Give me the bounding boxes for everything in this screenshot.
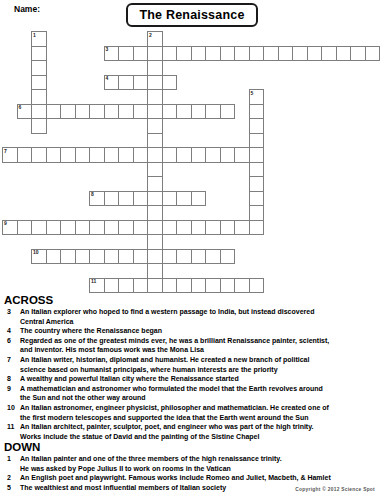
grid-cell[interactable] xyxy=(46,220,62,236)
grid-cell[interactable] xyxy=(191,278,207,294)
grid-cell[interactable] xyxy=(162,220,178,236)
grid-cell[interactable] xyxy=(350,46,366,62)
grid-cell[interactable] xyxy=(249,191,265,207)
grid-cell[interactable] xyxy=(104,249,120,265)
across-header: ACROSS xyxy=(4,294,381,306)
clue-line: A wealthy and powerful Italian city wher… xyxy=(20,374,381,384)
grid-cell[interactable] xyxy=(249,133,265,149)
grid-cell[interactable] xyxy=(60,220,76,236)
across-clues-section: ACROSS 3An Italian explorer who hoped to… xyxy=(4,294,381,441)
grid-cell[interactable] xyxy=(249,278,265,294)
grid-cell[interactable] xyxy=(31,89,47,105)
grid-cell[interactable] xyxy=(147,104,163,120)
grid-cell[interactable] xyxy=(162,147,178,163)
clue-line: The country where the Renaissance began xyxy=(20,326,381,336)
name-label: Name: xyxy=(14,4,40,14)
grid-cell[interactable] xyxy=(75,147,91,163)
grid-cell[interactable] xyxy=(46,147,62,163)
grid-cell[interactable] xyxy=(249,162,265,178)
grid-cell[interactable] xyxy=(205,104,221,120)
grid-cell[interactable] xyxy=(191,249,207,265)
grid-cell[interactable] xyxy=(75,220,91,236)
clue-line: Central America xyxy=(20,317,381,327)
grid-cell[interactable] xyxy=(147,234,163,250)
grid-cell[interactable] xyxy=(147,263,163,279)
grid-cell[interactable] xyxy=(31,75,47,91)
grid-cell[interactable] xyxy=(46,249,62,265)
clue-item: 3An Italian explorer who hoped to find a… xyxy=(4,307,381,326)
grid-cell[interactable]: 2 xyxy=(147,31,163,47)
clue-line: Regarded as one of the greatest minds ev… xyxy=(20,336,381,346)
grid-cell[interactable]: 5 xyxy=(249,89,265,105)
grid-cell[interactable] xyxy=(118,46,134,62)
clue-item-text: A wealthy and powerful Italian city wher… xyxy=(20,374,381,384)
grid-cell[interactable] xyxy=(220,249,236,265)
grid-cell[interactable] xyxy=(249,118,265,134)
grid-cell[interactable] xyxy=(104,147,120,163)
grid-cell[interactable] xyxy=(147,176,163,192)
clue-line: An Italian explorer who hoped to find a … xyxy=(20,307,381,317)
grid-cell[interactable] xyxy=(31,60,47,76)
grid-cell[interactable] xyxy=(104,104,120,120)
grid-cell[interactable] xyxy=(162,249,178,265)
grid-cell[interactable] xyxy=(147,147,163,163)
grid-cell[interactable] xyxy=(60,104,76,120)
grid-cell[interactable] xyxy=(118,220,134,236)
grid-cell[interactable]: 1 xyxy=(31,31,47,47)
grid-cell[interactable] xyxy=(234,278,250,294)
across-clue-list: 3An Italian explorer who hoped to find a… xyxy=(4,307,381,441)
grid-cell[interactable] xyxy=(75,249,91,265)
grid-cell[interactable]: 9 xyxy=(2,220,18,236)
grid-cell[interactable] xyxy=(234,46,250,62)
clue-line: He was asked by Pope Julius II to work o… xyxy=(20,464,381,474)
clue-item-text: A mathematician and astronomer who formu… xyxy=(20,384,381,403)
grid-cell[interactable] xyxy=(220,220,236,236)
grid-cell[interactable]: 7 xyxy=(2,147,18,163)
grid-cell[interactable] xyxy=(147,75,163,91)
grid-cell[interactable] xyxy=(162,75,178,91)
clue-item: 7An Italian writer, historian, diplomat … xyxy=(4,355,381,374)
grid-cell[interactable] xyxy=(176,278,192,294)
grid-cell[interactable] xyxy=(162,278,178,294)
clue-line: the first modern telescopes and supporte… xyxy=(20,413,381,423)
clue-number: 8 xyxy=(91,191,94,197)
puzzle-title-box: The Renaissance xyxy=(126,3,258,27)
clue-number: 3 xyxy=(106,46,109,52)
clue-item: 10An Italian astronomer, engineer physic… xyxy=(4,403,381,422)
grid-cell[interactable] xyxy=(147,46,163,62)
grid-cell[interactable] xyxy=(176,147,192,163)
grid-cell[interactable] xyxy=(234,220,250,236)
clue-line: and inventor. His most famous work was t… xyxy=(20,345,381,355)
down-header: DOWN xyxy=(4,441,381,453)
grid-cell[interactable] xyxy=(104,220,120,236)
grid-cell[interactable] xyxy=(249,46,265,62)
grid-cell[interactable] xyxy=(162,46,178,62)
grid-cell[interactable] xyxy=(220,46,236,62)
grid-cell[interactable] xyxy=(292,46,308,62)
grid-cell[interactable] xyxy=(205,249,221,265)
grid-cell[interactable] xyxy=(118,191,134,207)
grid-cell[interactable] xyxy=(191,220,207,236)
grid-cell[interactable] xyxy=(176,46,192,62)
grid-cell[interactable] xyxy=(31,147,47,163)
grid-cell[interactable] xyxy=(278,46,294,62)
grid-cell[interactable] xyxy=(89,104,105,120)
clue-line: An English poet and playwright. Famous w… xyxy=(20,473,381,483)
grid-cell[interactable] xyxy=(31,104,47,120)
clue-item-text: Regarded as one of the greatest minds ev… xyxy=(20,336,381,355)
grid-cell[interactable] xyxy=(147,60,163,76)
clue-item-text: An English poet and playwright. Famous w… xyxy=(20,473,381,483)
grid-cell[interactable] xyxy=(118,75,134,91)
grid-cell[interactable] xyxy=(147,89,163,105)
grid-cell[interactable] xyxy=(133,278,149,294)
grid-cell[interactable] xyxy=(220,104,236,120)
grid-cell[interactable] xyxy=(176,249,192,265)
clue-item-number: 6 xyxy=(4,336,20,346)
grid-cell[interactable] xyxy=(205,46,221,62)
grid-cell[interactable] xyxy=(336,46,352,62)
clue-item-number: 2 xyxy=(4,473,20,483)
clue-line: An Italian painter and one of the three … xyxy=(20,454,381,464)
grid-cell[interactable] xyxy=(191,191,207,207)
grid-cell[interactable] xyxy=(191,46,207,62)
clue-number: 11 xyxy=(91,278,96,284)
grid-cell[interactable] xyxy=(191,147,207,163)
grid-cell[interactable] xyxy=(118,147,134,163)
grid-cell[interactable] xyxy=(249,220,265,236)
grid-cell[interactable] xyxy=(176,104,192,120)
grid-cell[interactable] xyxy=(118,104,134,120)
grid-cell[interactable] xyxy=(365,46,381,62)
clue-item: 4The country where the Renaissance began xyxy=(4,326,381,336)
grid-cell[interactable] xyxy=(75,104,91,120)
clue-item-number: 1 xyxy=(4,454,20,464)
clue-item: 1An Italian painter and one of the three… xyxy=(4,454,381,473)
clue-item: 2An English poet and playwright. Famous … xyxy=(4,473,381,483)
grid-cell[interactable] xyxy=(147,133,163,149)
clue-line: An Italian astronomer, engineer physicis… xyxy=(20,403,381,413)
grid-cell[interactable] xyxy=(249,176,265,192)
worksheet-page: Name: The Renaissance 1234567891011 ACRO… xyxy=(0,0,381,500)
clue-item-text: An Italian astronomer, engineer physicis… xyxy=(20,403,381,422)
grid-cell[interactable] xyxy=(133,220,149,236)
grid-cell[interactable] xyxy=(162,191,178,207)
clue-item: 9A mathematician and astronomer who form… xyxy=(4,384,381,403)
grid-cell[interactable] xyxy=(118,278,134,294)
grid-cell[interactable] xyxy=(234,147,250,163)
clue-number: 9 xyxy=(4,220,7,226)
clue-item-text: An Italian painter and one of the three … xyxy=(20,454,381,473)
grid-cell[interactable] xyxy=(220,147,236,163)
grid-cell[interactable] xyxy=(89,220,105,236)
grid-cell[interactable] xyxy=(162,104,178,120)
grid-cell[interactable] xyxy=(263,46,279,62)
clue-line: An Italian architect, painter, sculptor,… xyxy=(20,422,381,432)
clue-number: 10 xyxy=(33,249,39,255)
grid-cell[interactable] xyxy=(205,147,221,163)
grid-cell[interactable]: 11 xyxy=(89,278,105,294)
grid-cell[interactable] xyxy=(205,220,221,236)
grid-cell[interactable]: 8 xyxy=(89,191,105,207)
clue-item-number: 3 xyxy=(4,307,20,317)
grid-cell[interactable]: 6 xyxy=(17,104,33,120)
down-clues-section: DOWN 1An Italian painter and one of the … xyxy=(4,441,381,492)
clue-item-number: 8 xyxy=(4,374,20,384)
clue-item: 11An Italian architect, painter, sculpto… xyxy=(4,422,381,441)
puzzle-title: The Renaissance xyxy=(139,8,244,22)
grid-cell[interactable] xyxy=(104,278,120,294)
grid-cell[interactable] xyxy=(249,205,265,221)
clue-number: 7 xyxy=(4,148,7,154)
grid-cell[interactable] xyxy=(60,249,76,265)
clue-line: science based on humanist principals, wh… xyxy=(20,365,381,375)
clue-item-number: 4 xyxy=(4,326,20,336)
clue-item-text: The country where the Renaissance began xyxy=(20,326,381,336)
clue-item-number: 11 xyxy=(4,422,20,432)
crossword-grid: 1234567891011 xyxy=(2,31,380,293)
grid-cell[interactable] xyxy=(176,220,192,236)
grid-cell[interactable] xyxy=(118,249,134,265)
grid-cell[interactable] xyxy=(191,104,207,120)
grid-cell[interactable] xyxy=(147,249,163,265)
clue-number: 2 xyxy=(149,32,152,38)
grid-cell[interactable] xyxy=(147,278,163,294)
grid-cell[interactable] xyxy=(31,46,47,62)
grid-cell[interactable]: 10 xyxy=(31,249,47,265)
grid-cell[interactable]: 3 xyxy=(104,46,120,62)
grid-cell[interactable] xyxy=(89,249,105,265)
clue-item-text: An Italian writer, historian, diplomat a… xyxy=(20,355,381,374)
grid-cell[interactable] xyxy=(307,46,323,62)
clue-item-number: 9 xyxy=(4,384,20,394)
clue-number: 5 xyxy=(251,90,254,96)
clue-item-text: An Italian explorer who hoped to find a … xyxy=(20,307,381,326)
clue-number: 1 xyxy=(33,32,36,38)
grid-cell[interactable] xyxy=(17,147,33,163)
grid-cell[interactable] xyxy=(31,220,47,236)
clue-item: 8A wealthy and powerful Italian city whe… xyxy=(4,374,381,384)
grid-cell[interactable] xyxy=(17,220,33,236)
grid-cell[interactable] xyxy=(31,118,47,134)
clue-line: A mathematician and astronomer who formu… xyxy=(20,384,381,394)
grid-cell[interactable] xyxy=(249,147,265,163)
copyright-notice: Copyright © 2012 Science Spot xyxy=(295,487,375,492)
clue-line: An Italian writer, historian, diplomat a… xyxy=(20,355,381,365)
grid-cell[interactable] xyxy=(133,191,149,207)
clue-number: 6 xyxy=(19,104,22,110)
grid-cell[interactable] xyxy=(104,191,120,207)
clue-line: Works include the statue of David and th… xyxy=(20,432,381,442)
grid-cell[interactable] xyxy=(147,162,163,178)
grid-cell[interactable] xyxy=(176,191,192,207)
clue-line: the Sun and not the other way around xyxy=(20,393,381,403)
grid-cell[interactable] xyxy=(147,220,163,236)
grid-cell[interactable] xyxy=(46,104,62,120)
grid-cell[interactable] xyxy=(133,75,149,91)
grid-cell[interactable] xyxy=(133,104,149,120)
clue-item-number: 7 xyxy=(4,355,20,365)
grid-cell[interactable] xyxy=(89,147,105,163)
grid-cell[interactable] xyxy=(205,278,221,294)
grid-cell[interactable] xyxy=(147,191,163,207)
clue-item-number: 10 xyxy=(4,403,20,413)
clue-number: 4 xyxy=(106,75,109,81)
grid-cell[interactable] xyxy=(133,147,149,163)
grid-cell[interactable] xyxy=(147,118,163,134)
grid-cell[interactable] xyxy=(147,205,163,221)
grid-cell[interactable] xyxy=(321,46,337,62)
clue-item: 6Regarded as one of the greatest minds e… xyxy=(4,336,381,355)
grid-cell[interactable]: 4 xyxy=(104,75,120,91)
clue-item-text: An Italian architect, painter, sculptor,… xyxy=(20,422,381,441)
grid-cell[interactable] xyxy=(220,278,236,294)
clue-item-number: 5 xyxy=(4,483,20,493)
grid-cell[interactable] xyxy=(60,147,76,163)
grid-cell[interactable] xyxy=(133,46,149,62)
grid-cell[interactable] xyxy=(133,249,149,265)
grid-cell[interactable] xyxy=(249,104,265,120)
